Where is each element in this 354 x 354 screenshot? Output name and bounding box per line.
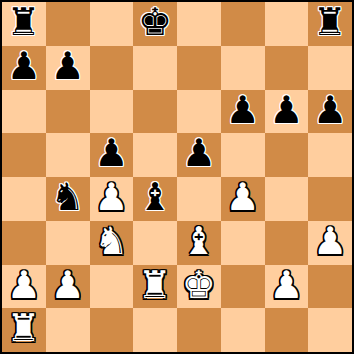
square-d6[interactable] [133, 90, 177, 134]
square-c6[interactable] [90, 90, 134, 134]
square-c5[interactable]: ♟ [90, 133, 134, 177]
square-d7[interactable] [133, 46, 177, 90]
piece-white-king[interactable]: ♚ [182, 265, 216, 308]
piece-white-rook[interactable]: ♜ [7, 308, 41, 351]
piece-black-pawn[interactable]: ♟ [226, 90, 260, 133]
square-f8[interactable] [221, 2, 265, 46]
square-e2[interactable]: ♚ [177, 265, 221, 309]
piece-white-pawn[interactable]: ♟ [94, 177, 128, 220]
square-f1[interactable] [221, 308, 265, 352]
square-h8[interactable]: ♜ [308, 2, 352, 46]
square-b7[interactable]: ♟ [46, 46, 90, 90]
piece-black-king[interactable]: ♚ [138, 2, 172, 45]
square-c1[interactable] [90, 308, 134, 352]
square-h6[interactable]: ♟ [308, 90, 352, 134]
chess-board-frame: ♜♚♜♟♟♟♟♟♟♟♞♟♝♟♞♝♟♟♟♜♚♟♜ [0, 0, 354, 354]
chess-board: ♜♚♜♟♟♟♟♟♟♟♞♟♝♟♞♝♟♟♟♜♚♟♜ [2, 2, 352, 352]
square-c3[interactable]: ♞ [90, 221, 134, 265]
square-g4[interactable] [265, 177, 309, 221]
square-a4[interactable] [2, 177, 46, 221]
piece-white-pawn[interactable]: ♟ [313, 221, 347, 264]
square-f4[interactable]: ♟ [221, 177, 265, 221]
square-d5[interactable] [133, 133, 177, 177]
square-f6[interactable]: ♟ [221, 90, 265, 134]
square-f7[interactable] [221, 46, 265, 90]
square-h4[interactable] [308, 177, 352, 221]
piece-white-pawn[interactable]: ♟ [7, 265, 41, 308]
piece-white-pawn[interactable]: ♟ [226, 177, 260, 220]
square-c7[interactable] [90, 46, 134, 90]
square-c8[interactable] [90, 2, 134, 46]
square-f2[interactable] [221, 265, 265, 309]
square-e6[interactable] [177, 90, 221, 134]
square-h2[interactable] [308, 265, 352, 309]
square-a1[interactable]: ♜ [2, 308, 46, 352]
piece-black-pawn[interactable]: ♟ [313, 90, 347, 133]
piece-white-pawn[interactable]: ♟ [269, 265, 303, 308]
square-b5[interactable] [46, 133, 90, 177]
square-e3[interactable]: ♝ [177, 221, 221, 265]
square-b2[interactable]: ♟ [46, 265, 90, 309]
piece-black-rook[interactable]: ♜ [7, 2, 41, 45]
piece-white-rook[interactable]: ♜ [138, 265, 172, 308]
square-b6[interactable] [46, 90, 90, 134]
square-h7[interactable] [308, 46, 352, 90]
square-g2[interactable]: ♟ [265, 265, 309, 309]
piece-black-rook[interactable]: ♜ [313, 2, 347, 45]
square-b3[interactable] [46, 221, 90, 265]
square-a7[interactable]: ♟ [2, 46, 46, 90]
piece-black-pawn[interactable]: ♟ [269, 90, 303, 133]
piece-black-pawn[interactable]: ♟ [94, 133, 128, 176]
piece-black-pawn[interactable]: ♟ [182, 133, 216, 176]
square-g6[interactable]: ♟ [265, 90, 309, 134]
square-g1[interactable] [265, 308, 309, 352]
square-e5[interactable]: ♟ [177, 133, 221, 177]
piece-black-pawn[interactable]: ♟ [51, 46, 85, 89]
square-d8[interactable]: ♚ [133, 2, 177, 46]
square-c2[interactable] [90, 265, 134, 309]
piece-white-bishop[interactable]: ♝ [182, 221, 216, 264]
square-c4[interactable]: ♟ [90, 177, 134, 221]
square-f5[interactable] [221, 133, 265, 177]
square-f3[interactable] [221, 221, 265, 265]
square-h1[interactable] [308, 308, 352, 352]
square-h5[interactable] [308, 133, 352, 177]
square-g8[interactable] [265, 2, 309, 46]
square-h3[interactable]: ♟ [308, 221, 352, 265]
square-a6[interactable] [2, 90, 46, 134]
square-g7[interactable] [265, 46, 309, 90]
square-b8[interactable] [46, 2, 90, 46]
piece-black-pawn[interactable]: ♟ [7, 46, 41, 89]
square-b1[interactable] [46, 308, 90, 352]
square-a2[interactable]: ♟ [2, 265, 46, 309]
square-a5[interactable] [2, 133, 46, 177]
square-d4[interactable]: ♝ [133, 177, 177, 221]
square-d1[interactable] [133, 308, 177, 352]
square-e7[interactable] [177, 46, 221, 90]
piece-white-knight[interactable]: ♞ [94, 221, 128, 264]
square-a8[interactable]: ♜ [2, 2, 46, 46]
square-a3[interactable] [2, 221, 46, 265]
piece-white-pawn[interactable]: ♟ [51, 265, 85, 308]
square-b4[interactable]: ♞ [46, 177, 90, 221]
square-g3[interactable] [265, 221, 309, 265]
square-e4[interactable] [177, 177, 221, 221]
square-d2[interactable]: ♜ [133, 265, 177, 309]
square-g5[interactable] [265, 133, 309, 177]
piece-black-knight[interactable]: ♞ [51, 177, 85, 220]
square-e1[interactable] [177, 308, 221, 352]
piece-black-bishop[interactable]: ♝ [138, 177, 172, 220]
square-e8[interactable] [177, 2, 221, 46]
square-d3[interactable] [133, 221, 177, 265]
